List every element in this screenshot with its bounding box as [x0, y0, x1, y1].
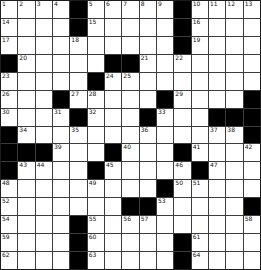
cell-r2c6[interactable]: 15	[88, 19, 104, 36]
clue-number-56: 56	[123, 216, 131, 223]
clue-number-54: 54	[2, 216, 10, 223]
cell-r15c2[interactable]	[18, 252, 34, 269]
cell-r7c1[interactable]: 30	[1, 109, 17, 126]
cell-r3c3[interactable]	[36, 37, 52, 54]
cell-r13c14[interactable]	[226, 216, 242, 233]
block-r9c1	[1, 144, 17, 161]
block-r9c2	[18, 144, 34, 161]
cell-r4c6[interactable]	[88, 55, 104, 72]
cell-r7c3[interactable]	[36, 109, 52, 126]
cell-r2c13[interactable]	[209, 19, 225, 36]
cell-r11c11[interactable]: 50	[174, 180, 190, 197]
cell-r6c5[interactable]: 27	[70, 91, 86, 108]
clue-number-35: 35	[71, 127, 79, 134]
clue-number-59: 59	[2, 234, 10, 241]
cell-r11c13[interactable]	[209, 180, 225, 197]
cell-r1c3[interactable]: 3	[36, 1, 52, 18]
cell-r15c9[interactable]	[140, 252, 156, 269]
cell-r4c12[interactable]	[192, 55, 208, 72]
cell-r14c2[interactable]	[18, 234, 34, 251]
clue-number-32: 32	[89, 109, 97, 116]
clue-number-41: 41	[193, 144, 201, 151]
cell-r1c12[interactable]: 10	[192, 1, 208, 18]
cell-r4c9[interactable]: 21	[140, 55, 156, 72]
cell-r8c8[interactable]	[122, 127, 138, 144]
cell-r4c11[interactable]: 22	[174, 55, 190, 72]
cell-r13c4[interactable]	[53, 216, 69, 233]
block-r4c8	[122, 55, 138, 72]
cell-r3c13[interactable]	[209, 37, 225, 54]
cell-r6c14[interactable]	[226, 91, 242, 108]
clue-number-2: 2	[19, 1, 23, 8]
cell-r14c1[interactable]: 59	[1, 234, 17, 251]
cell-r3c9[interactable]	[140, 37, 156, 54]
clue-number-3: 3	[37, 1, 41, 8]
cell-r2c10[interactable]	[157, 19, 173, 36]
cell-r11c15[interactable]	[244, 180, 260, 197]
cell-r12c11[interactable]	[174, 198, 190, 215]
cell-r14c12[interactable]: 61	[192, 234, 208, 251]
cell-r8c2[interactable]: 34	[18, 127, 34, 144]
cell-r10c5[interactable]	[70, 162, 86, 179]
cell-r2c12[interactable]: 16	[192, 19, 208, 36]
block-r12c15	[244, 198, 260, 215]
cell-r13c12[interactable]	[192, 216, 208, 233]
clue-number-10: 10	[193, 1, 201, 8]
cell-r10c14[interactable]	[226, 162, 242, 179]
cell-r7c2[interactable]	[18, 109, 34, 126]
clue-number-49: 49	[89, 180, 97, 187]
clue-number-60: 60	[89, 234, 97, 241]
clue-number-22: 22	[175, 55, 183, 62]
clue-number-14: 14	[2, 19, 10, 26]
cell-r1c2[interactable]: 2	[18, 1, 34, 18]
clue-number-63: 63	[89, 252, 97, 259]
clue-number-24: 24	[106, 73, 114, 80]
cell-r13c9[interactable]: 57	[140, 216, 156, 233]
cell-r11c5[interactable]	[70, 180, 86, 197]
cell-r15c14[interactable]	[226, 252, 242, 269]
clue-number-25: 25	[123, 73, 131, 80]
cell-r13c15[interactable]: 58	[244, 216, 260, 233]
cell-r3c5[interactable]: 18	[70, 37, 86, 54]
cell-r2c15[interactable]	[244, 19, 260, 36]
cell-r5c13[interactable]	[209, 73, 225, 90]
cell-r3c10[interactable]	[157, 37, 173, 54]
clue-number-7: 7	[123, 1, 127, 8]
cell-r10c8[interactable]	[122, 162, 138, 179]
block-r3c11	[174, 37, 190, 54]
clue-number-12: 12	[227, 1, 235, 8]
cell-r15c13[interactable]	[209, 252, 225, 269]
block-r12c9	[140, 198, 156, 215]
cell-r5c9[interactable]	[140, 73, 156, 90]
cell-r11c8[interactable]	[122, 180, 138, 197]
cell-r3c1[interactable]: 17	[1, 37, 17, 54]
cell-r7c12[interactable]	[192, 109, 208, 126]
cell-r11c12[interactable]: 51	[192, 180, 208, 197]
cell-r7c6[interactable]: 32	[88, 109, 104, 126]
cell-r7c4[interactable]: 31	[53, 109, 69, 126]
cell-r5c14[interactable]	[226, 73, 242, 90]
cell-r4c4[interactable]	[53, 55, 69, 72]
cell-r3c15[interactable]	[244, 37, 260, 54]
cell-r14c10[interactable]	[157, 234, 173, 251]
cell-r14c7[interactable]	[105, 234, 121, 251]
cell-r14c9[interactable]	[140, 234, 156, 251]
block-r9c11	[174, 144, 190, 161]
cell-r10c15[interactable]	[244, 162, 260, 179]
block-r2c5	[70, 19, 86, 36]
cell-r12c7[interactable]	[105, 198, 121, 215]
cell-r10c4[interactable]	[53, 162, 69, 179]
clue-number-46: 46	[175, 162, 183, 169]
cell-r15c4[interactable]	[53, 252, 69, 269]
cell-r13c3[interactable]	[36, 216, 52, 233]
cell-r15c6[interactable]: 63	[88, 252, 104, 269]
clue-number-52: 52	[2, 198, 10, 205]
cell-r12c1[interactable]: 52	[1, 198, 17, 215]
clue-number-64: 64	[193, 252, 201, 259]
clue-number-51: 51	[193, 180, 201, 187]
cell-r11c3[interactable]	[36, 180, 52, 197]
cell-r15c12[interactable]: 64	[192, 252, 208, 269]
clue-number-47: 47	[210, 162, 218, 169]
cell-r6c13[interactable]	[209, 91, 225, 108]
cell-r1c15[interactable]: 13	[244, 1, 260, 18]
cell-r4c2[interactable]: 20	[18, 55, 34, 72]
cell-r8c6[interactable]	[88, 127, 104, 144]
cell-r5c1[interactable]: 23	[1, 73, 17, 90]
cell-r9c13[interactable]	[209, 144, 225, 161]
block-r11c10	[157, 180, 173, 197]
cell-r4c3[interactable]	[36, 55, 52, 72]
cell-r11c4[interactable]	[53, 180, 69, 197]
cell-r1c14[interactable]: 12	[226, 1, 242, 18]
cell-r2c2[interactable]	[18, 19, 34, 36]
block-r14c5	[70, 234, 86, 251]
cell-r9c14[interactable]	[226, 144, 242, 161]
cell-r5c8[interactable]: 25	[122, 73, 138, 90]
cell-r8c4[interactable]	[53, 127, 69, 144]
clue-number-42: 42	[245, 144, 253, 151]
cell-r13c10[interactable]	[157, 216, 173, 233]
cell-r1c1[interactable]: 1	[1, 1, 17, 18]
cell-r10c13[interactable]: 47	[209, 162, 225, 179]
cell-r13c8[interactable]: 56	[122, 216, 138, 233]
cell-r6c12[interactable]	[192, 91, 208, 108]
clue-number-23: 23	[2, 73, 10, 80]
cell-r13c7[interactable]	[105, 216, 121, 233]
block-r10c6	[88, 162, 104, 179]
cell-r14c6[interactable]: 60	[88, 234, 104, 251]
clue-number-31: 31	[54, 109, 62, 116]
cell-r8c14[interactable]: 38	[226, 127, 242, 144]
block-r6c15	[244, 91, 260, 108]
clue-number-50: 50	[175, 180, 183, 187]
cell-r12c13[interactable]	[209, 198, 225, 215]
cell-r11c1[interactable]: 48	[1, 180, 17, 197]
block-r6c10	[157, 91, 173, 108]
clue-number-29: 29	[175, 91, 183, 98]
cell-r12c5[interactable]	[70, 198, 86, 215]
clue-number-36: 36	[141, 127, 149, 134]
cell-r7c8[interactable]	[122, 109, 138, 126]
cell-r3c6[interactable]	[88, 37, 104, 54]
block-r7c5	[70, 109, 86, 126]
cell-r10c11[interactable]: 46	[174, 162, 190, 179]
cell-r1c9[interactable]: 8	[140, 1, 156, 18]
cell-r14c8[interactable]	[122, 234, 138, 251]
cell-r12c12[interactable]	[192, 198, 208, 215]
cell-r10c2[interactable]: 43	[18, 162, 34, 179]
cell-r4c5[interactable]	[70, 55, 86, 72]
cell-r8c3[interactable]	[36, 127, 52, 144]
clue-number-30: 30	[2, 109, 10, 116]
block-r7c9	[140, 109, 156, 126]
clue-number-4: 4	[54, 1, 58, 8]
clue-number-18: 18	[71, 37, 79, 44]
cell-r14c13[interactable]	[209, 234, 225, 251]
cell-r10c3[interactable]: 44	[36, 162, 52, 179]
cell-r8c10[interactable]	[157, 127, 173, 144]
cell-r9c15[interactable]: 42	[244, 144, 260, 161]
cell-r10c10[interactable]	[157, 162, 173, 179]
clue-number-43: 43	[19, 162, 27, 169]
cell-r4c13[interactable]	[209, 55, 225, 72]
clue-number-40: 40	[123, 144, 131, 151]
clue-number-26: 26	[2, 91, 10, 98]
cell-r4c15[interactable]	[244, 55, 260, 72]
block-r1c5	[70, 1, 86, 18]
cell-r9c8[interactable]: 40	[122, 144, 138, 161]
clue-number-6: 6	[106, 1, 110, 8]
cell-r12c14[interactable]	[226, 198, 242, 215]
cell-r8c7[interactable]	[105, 127, 121, 144]
cell-r12c6[interactable]	[88, 198, 104, 215]
cell-r6c2[interactable]	[18, 91, 34, 108]
clue-number-62: 62	[2, 252, 10, 259]
cell-r9c9[interactable]	[140, 144, 156, 161]
cell-r8c11[interactable]	[174, 127, 190, 144]
cell-r8c9[interactable]: 36	[140, 127, 156, 144]
cell-r14c14[interactable]	[226, 234, 242, 251]
cell-r7c11[interactable]	[174, 109, 190, 126]
cell-r4c10[interactable]	[157, 55, 173, 72]
clue-number-11: 11	[210, 1, 218, 8]
clue-number-8: 8	[141, 1, 145, 8]
cell-r3c14[interactable]	[226, 37, 242, 54]
clue-number-44: 44	[37, 162, 45, 169]
cell-r9c4[interactable]: 39	[53, 144, 69, 161]
cell-r2c14[interactable]	[226, 19, 242, 36]
cell-r5c3[interactable]	[36, 73, 52, 90]
block-r13c5	[70, 216, 86, 233]
cell-r10c7[interactable]: 45	[105, 162, 121, 179]
clue-number-27: 27	[71, 91, 79, 98]
block-r7c15	[244, 109, 260, 126]
cell-r13c13[interactable]	[209, 216, 225, 233]
clue-number-58: 58	[245, 216, 253, 223]
block-r8c15	[244, 127, 260, 144]
cell-r6c9[interactable]	[140, 91, 156, 108]
cell-r9c6[interactable]	[88, 144, 104, 161]
block-r15c5	[70, 252, 86, 269]
block-r15c11	[174, 252, 190, 269]
cell-r3c7[interactable]	[105, 37, 121, 54]
cell-r15c15[interactable]	[244, 252, 260, 269]
block-r14c11	[174, 234, 190, 251]
cell-r15c10[interactable]	[157, 252, 173, 269]
cell-r5c12[interactable]	[192, 73, 208, 90]
cell-r6c6[interactable]: 28	[88, 91, 104, 108]
cell-r15c1[interactable]: 62	[1, 252, 17, 269]
cell-r5c10[interactable]	[157, 73, 173, 90]
cell-r3c12[interactable]: 19	[192, 37, 208, 54]
cell-r8c5[interactable]: 35	[70, 127, 86, 144]
cell-r15c8[interactable]	[122, 252, 138, 269]
cell-r2c4[interactable]	[53, 19, 69, 36]
cell-r1c8[interactable]: 7	[122, 1, 138, 18]
clue-number-17: 17	[2, 37, 10, 44]
clue-number-5: 5	[89, 1, 93, 8]
clue-number-48: 48	[2, 180, 10, 187]
block-r10c12	[192, 162, 208, 179]
cell-r6c3[interactable]	[36, 91, 52, 108]
clue-number-20: 20	[19, 55, 27, 62]
cell-r11c2[interactable]	[18, 180, 34, 197]
clue-number-9: 9	[158, 1, 162, 8]
clue-number-38: 38	[227, 127, 235, 134]
cell-r1c13[interactable]: 11	[209, 1, 225, 18]
cell-r7c7[interactable]	[105, 109, 121, 126]
cell-r7c10[interactable]: 33	[157, 109, 173, 126]
clue-number-37: 37	[210, 127, 218, 134]
block-r10c1	[1, 162, 17, 179]
block-r5c6	[88, 73, 104, 90]
cell-r9c10[interactable]	[157, 144, 173, 161]
cell-r1c6[interactable]: 5	[88, 1, 104, 18]
cell-r13c11[interactable]	[174, 216, 190, 233]
clue-number-33: 33	[158, 109, 166, 116]
cell-r2c1[interactable]: 14	[1, 19, 17, 36]
cell-r13c6[interactable]: 55	[88, 216, 104, 233]
cell-r12c3[interactable]	[36, 198, 52, 215]
block-r9c7	[105, 144, 121, 161]
clue-number-57: 57	[141, 216, 149, 223]
cell-r12c2[interactable]	[18, 198, 34, 215]
clue-number-28: 28	[89, 91, 97, 98]
cell-r14c15[interactable]	[244, 234, 260, 251]
clue-number-61: 61	[193, 234, 201, 241]
cell-r13c2[interactable]	[18, 216, 34, 233]
block-r12c8	[122, 198, 138, 215]
clue-number-16: 16	[193, 19, 201, 26]
crossword-board: 1234567891011121314151617181920212223242…	[0, 0, 261, 270]
clue-number-53: 53	[158, 198, 166, 205]
cell-r12c10[interactable]: 53	[157, 198, 173, 215]
cell-r5c2[interactable]	[18, 73, 34, 90]
cell-r5c11[interactable]	[174, 73, 190, 90]
cell-r14c4[interactable]	[53, 234, 69, 251]
clue-number-34: 34	[19, 127, 27, 134]
block-r4c1	[1, 55, 17, 72]
cell-r5c7[interactable]: 24	[105, 73, 121, 90]
clue-number-13: 13	[245, 1, 253, 8]
cell-r8c12[interactable]	[192, 127, 208, 144]
cell-r6c1[interactable]: 26	[1, 91, 17, 108]
cell-r3c4[interactable]	[53, 37, 69, 54]
cell-r12c4[interactable]	[53, 198, 69, 215]
clue-number-21: 21	[141, 55, 149, 62]
cell-r14c3[interactable]	[36, 234, 52, 251]
cell-r9c12[interactable]: 41	[192, 144, 208, 161]
block-r8c1	[1, 127, 17, 144]
cell-r3c2[interactable]	[18, 37, 34, 54]
cell-r3c8[interactable]	[122, 37, 138, 54]
cell-r10c9[interactable]	[140, 162, 156, 179]
block-r7c13	[209, 109, 225, 126]
cell-r5c4[interactable]	[53, 73, 69, 90]
cell-r11c9[interactable]	[140, 180, 156, 197]
block-r1c11	[174, 1, 190, 18]
cell-r2c3[interactable]	[36, 19, 52, 36]
cell-r1c10[interactable]: 9	[157, 1, 173, 18]
cell-r5c15[interactable]	[244, 73, 260, 90]
cell-r13c1[interactable]: 54	[1, 216, 17, 233]
cell-r11c7[interactable]	[105, 180, 121, 197]
clue-number-55: 55	[89, 216, 97, 223]
clue-number-19: 19	[193, 37, 201, 44]
cell-r8c13[interactable]: 37	[209, 127, 225, 144]
clue-number-39: 39	[54, 144, 62, 151]
cell-r5c5[interactable]	[70, 73, 86, 90]
block-r7c14	[226, 109, 242, 126]
cell-r6c11[interactable]: 29	[174, 91, 190, 108]
clue-number-15: 15	[89, 19, 97, 26]
cell-r9c5[interactable]	[70, 144, 86, 161]
block-r4c7	[105, 55, 121, 72]
clue-number-1: 1	[2, 1, 6, 8]
block-r9c3	[36, 144, 52, 161]
cell-r6c7[interactable]	[105, 91, 121, 108]
cell-r15c3[interactable]	[36, 252, 52, 269]
cell-r2c7[interactable]	[105, 19, 121, 36]
cell-r11c14[interactable]	[226, 180, 242, 197]
cell-r4c14[interactable]	[226, 55, 242, 72]
clue-number-45: 45	[106, 162, 114, 169]
cell-r1c4[interactable]: 4	[53, 1, 69, 18]
cell-r2c8[interactable]	[122, 19, 138, 36]
cell-r15c7[interactable]	[105, 252, 121, 269]
cell-r11c6[interactable]: 49	[88, 180, 104, 197]
block-r2c11	[174, 19, 190, 36]
cell-r2c9[interactable]	[140, 19, 156, 36]
cell-r6c8[interactable]	[122, 91, 138, 108]
cell-r1c7[interactable]: 6	[105, 1, 121, 18]
block-r6c4	[53, 91, 69, 108]
